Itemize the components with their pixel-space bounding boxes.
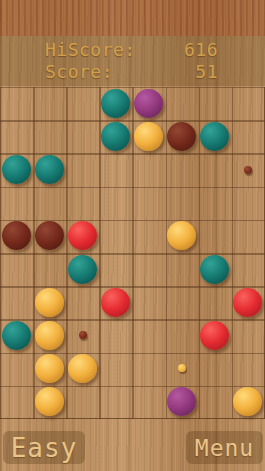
board-cell[interactable]	[0, 352, 33, 385]
board-cell[interactable]	[165, 153, 198, 186]
board-cell[interactable]	[33, 153, 66, 186]
easy-button[interactable]: Easy	[3, 431, 85, 464]
ball-teal[interactable]	[2, 155, 31, 184]
ball-red[interactable]	[200, 321, 229, 350]
board-cell[interactable]	[66, 153, 99, 186]
ball-yellow[interactable]	[233, 387, 262, 416]
board-cell[interactable]	[99, 252, 132, 285]
hiscore-row: HiScore: 616	[45, 39, 218, 61]
board-cell[interactable]	[33, 319, 66, 352]
board-cell[interactable]	[198, 352, 231, 385]
board-cell[interactable]	[198, 186, 231, 219]
score-row: Score: 51	[45, 61, 218, 83]
ball-teal[interactable]	[200, 122, 229, 151]
board-cell[interactable]	[66, 385, 99, 418]
board-cell[interactable]	[231, 87, 264, 120]
board	[0, 87, 265, 419]
board-cell[interactable]	[99, 219, 132, 252]
board-cell[interactable]	[165, 87, 198, 120]
board-cell[interactable]	[165, 219, 198, 252]
board-cell[interactable]	[231, 385, 264, 418]
board-cell[interactable]	[231, 219, 264, 252]
board-cell[interactable]	[66, 120, 99, 153]
board-cell[interactable]	[231, 319, 264, 352]
score-value: 51	[195, 61, 218, 83]
board-cell[interactable]	[198, 87, 231, 120]
board-cell[interactable]	[66, 286, 99, 319]
board-cell[interactable]	[99, 153, 132, 186]
preview-dot-brown	[79, 331, 87, 339]
ball-teal[interactable]	[200, 255, 229, 284]
board-cell[interactable]	[33, 186, 66, 219]
board-cell[interactable]	[99, 286, 132, 319]
board-cell[interactable]	[165, 319, 198, 352]
ball-yellow[interactable]	[134, 122, 163, 151]
board-cell[interactable]	[231, 286, 264, 319]
board-cell[interactable]	[132, 120, 165, 153]
board-cell[interactable]	[0, 87, 33, 120]
board-cell[interactable]	[99, 319, 132, 352]
board-cell[interactable]	[198, 219, 231, 252]
board-cell[interactable]	[231, 153, 264, 186]
score-panel: HiScore: 616 Score: 51	[0, 36, 265, 86]
board-cell[interactable]	[231, 252, 264, 285]
board-cell[interactable]	[33, 252, 66, 285]
board-cell[interactable]	[66, 219, 99, 252]
board-cell[interactable]	[132, 87, 165, 120]
board-cell[interactable]	[33, 219, 66, 252]
ball-purple[interactable]	[167, 387, 196, 416]
board-cell[interactable]	[165, 286, 198, 319]
board-cell[interactable]	[198, 286, 231, 319]
board-cell[interactable]	[165, 352, 198, 385]
board-cell[interactable]	[165, 252, 198, 285]
preview-dot-yellow	[178, 364, 186, 372]
ball-yellow[interactable]	[167, 221, 196, 250]
hiscore-value: 616	[184, 39, 218, 61]
ball-brown[interactable]	[2, 221, 31, 250]
board-cell[interactable]	[198, 252, 231, 285]
ball-red[interactable]	[101, 288, 130, 317]
board-cell[interactable]	[231, 120, 264, 153]
board-cell[interactable]	[132, 352, 165, 385]
ball-brown[interactable]	[167, 122, 196, 151]
board-cell[interactable]	[0, 219, 33, 252]
board-cell[interactable]	[99, 352, 132, 385]
board-cell[interactable]	[33, 385, 66, 418]
ball-teal[interactable]	[68, 255, 97, 284]
ball-red[interactable]	[68, 221, 97, 250]
board-cell[interactable]	[165, 120, 198, 153]
ball-yellow[interactable]	[35, 354, 64, 383]
bottom-bar: Easy Menu	[0, 419, 265, 471]
board-cell[interactable]	[66, 352, 99, 385]
game-screen: HiScore: 616 Score: 51 Easy Menu	[0, 0, 265, 471]
board-cell[interactable]	[99, 385, 132, 418]
preview-dot-brown	[244, 166, 252, 174]
board-cell[interactable]	[132, 219, 165, 252]
menu-button[interactable]: Menu	[186, 431, 263, 464]
board-cell[interactable]	[132, 252, 165, 285]
ball-purple[interactable]	[134, 89, 163, 118]
board-cell[interactable]	[66, 87, 99, 120]
board-cell[interactable]	[0, 186, 33, 219]
board-cell[interactable]	[99, 186, 132, 219]
board-cell[interactable]	[132, 286, 165, 319]
board-cell[interactable]	[132, 186, 165, 219]
board-cell[interactable]	[132, 385, 165, 418]
board-cell[interactable]	[132, 319, 165, 352]
board-cell[interactable]	[99, 120, 132, 153]
board-cell[interactable]	[33, 87, 66, 120]
board-cell[interactable]	[33, 120, 66, 153]
ball-brown[interactable]	[35, 221, 64, 250]
ball-teal[interactable]	[101, 122, 130, 151]
hiscore-label: HiScore:	[45, 39, 136, 61]
ball-teal[interactable]	[2, 321, 31, 350]
ball-teal[interactable]	[35, 155, 64, 184]
ball-yellow[interactable]	[35, 288, 64, 317]
board-cell[interactable]	[0, 286, 33, 319]
board-cell[interactable]	[0, 120, 33, 153]
board-cell[interactable]	[0, 252, 33, 285]
ball-yellow[interactable]	[35, 387, 64, 416]
board-cell[interactable]	[0, 385, 33, 418]
board-cell[interactable]	[198, 319, 231, 352]
board-cell[interactable]	[0, 153, 33, 186]
board-cell[interactable]	[33, 286, 66, 319]
board-cell[interactable]	[198, 385, 231, 418]
board-cell[interactable]	[66, 252, 99, 285]
board-cell[interactable]	[33, 352, 66, 385]
board-cell[interactable]	[165, 186, 198, 219]
board-cell[interactable]	[231, 352, 264, 385]
ball-red[interactable]	[233, 288, 262, 317]
board-cell[interactable]	[231, 186, 264, 219]
board-cell[interactable]	[66, 319, 99, 352]
ball-teal[interactable]	[101, 89, 130, 118]
board-cell[interactable]	[198, 120, 231, 153]
board-cell[interactable]	[165, 385, 198, 418]
top-wood-strip	[0, 0, 265, 36]
board-cell[interactable]	[0, 319, 33, 352]
board-cell[interactable]	[132, 153, 165, 186]
ball-yellow[interactable]	[35, 321, 64, 350]
board-cell[interactable]	[66, 186, 99, 219]
ball-yellow[interactable]	[68, 354, 97, 383]
board-cell[interactable]	[99, 87, 132, 120]
board-cell[interactable]	[198, 153, 231, 186]
score-label: Score:	[45, 61, 113, 83]
